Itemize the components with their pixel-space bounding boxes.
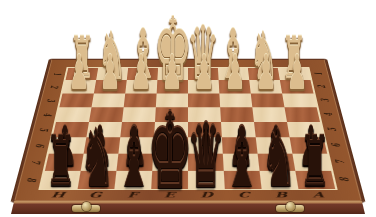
square-d5	[188, 122, 222, 137]
rank-label: 6	[34, 144, 46, 148]
rank-label: 7	[334, 160, 347, 164]
rank-label: 4	[41, 113, 53, 116]
rank-label: 1	[313, 72, 324, 75]
square-d3	[188, 94, 220, 108]
square-b4	[252, 107, 287, 122]
square-g2	[94, 80, 127, 93]
square-g6	[84, 137, 121, 153]
rank-label: 5	[326, 128, 338, 132]
square-g8	[78, 171, 117, 189]
file-label: E	[164, 191, 175, 198]
square-b3	[251, 94, 285, 108]
chess-board: HGFEDCBA 12345678 12345678	[12, 59, 365, 202]
square-e7	[152, 154, 188, 171]
square-a5	[287, 122, 323, 137]
rank-label: 8	[25, 178, 38, 182]
square-g5	[86, 122, 122, 137]
rank-label: 7	[29, 160, 42, 164]
square-a3	[282, 94, 317, 108]
square-c8	[224, 171, 262, 189]
square-c4	[220, 107, 254, 122]
square-h4	[56, 107, 91, 122]
square-h6	[49, 137, 87, 153]
square-e4	[155, 107, 188, 122]
file-labels-near: HGFEDCBA	[38, 189, 338, 201]
square-f6	[118, 137, 154, 153]
square-b5	[254, 122, 290, 137]
square-f1	[127, 68, 158, 81]
square-e2	[157, 80, 188, 93]
square-h5	[53, 122, 89, 137]
rank-label: 1	[52, 72, 63, 75]
board-front-edge	[11, 201, 365, 214]
square-d6	[188, 137, 223, 153]
rank-label: 4	[323, 113, 335, 116]
square-c7	[223, 154, 260, 171]
square-a8	[295, 171, 335, 189]
square-a7	[292, 154, 331, 171]
square-d2	[188, 80, 219, 93]
file-label: F	[127, 191, 138, 198]
square-h7	[45, 154, 84, 171]
square-g1	[96, 68, 128, 81]
file-label: B	[274, 191, 287, 198]
square-c1	[218, 68, 249, 81]
square-d7	[188, 154, 224, 171]
square-g7	[81, 154, 119, 171]
square-e5	[154, 122, 188, 137]
board-grid	[41, 68, 335, 189]
square-b1	[248, 68, 280, 81]
square-e8	[151, 171, 188, 189]
square-a2	[280, 80, 314, 93]
square-d4	[188, 107, 221, 122]
square-f2	[125, 80, 157, 93]
square-f4	[122, 107, 156, 122]
square-c2	[219, 80, 251, 93]
square-b2	[249, 80, 282, 93]
square-e6	[153, 137, 188, 153]
square-b8	[260, 171, 299, 189]
square-h3	[59, 94, 94, 108]
rank-label: 3	[320, 99, 331, 102]
square-b7	[258, 154, 296, 171]
square-f5	[120, 122, 155, 137]
square-g3	[91, 94, 125, 108]
chess-set-photo: HGFEDCBA 12345678 12345678 ♜♞♝♚♛♝♞♜♟♟♟♟♟…	[0, 0, 376, 217]
square-d1	[188, 68, 219, 81]
square-f8	[114, 171, 152, 189]
rank-label: 8	[338, 178, 351, 182]
square-h1	[65, 68, 98, 81]
file-label: D	[200, 191, 213, 198]
square-a1	[278, 68, 311, 81]
square-e1	[157, 68, 188, 81]
file-label: H	[50, 191, 65, 198]
rank-label: 5	[38, 128, 50, 132]
square-c3	[219, 94, 252, 108]
square-f7	[116, 154, 153, 171]
file-label: C	[238, 191, 250, 198]
square-g4	[89, 107, 124, 122]
square-h2	[62, 80, 96, 93]
square-c6	[222, 137, 258, 153]
square-a6	[290, 137, 328, 153]
rank-label: 6	[330, 144, 342, 148]
hinge-right-icon	[276, 205, 304, 212]
hinge-left-icon	[72, 205, 100, 212]
square-c5	[221, 122, 256, 137]
rank-label: 2	[316, 85, 327, 88]
rank-label: 3	[45, 99, 56, 102]
square-d8	[188, 171, 225, 189]
rank-label: 2	[49, 85, 60, 88]
file-label: A	[312, 191, 325, 198]
square-h8	[41, 171, 81, 189]
square-a4	[285, 107, 320, 122]
square-e3	[156, 94, 188, 108]
square-f3	[124, 94, 157, 108]
file-label: G	[88, 191, 102, 198]
square-b6	[256, 137, 293, 153]
